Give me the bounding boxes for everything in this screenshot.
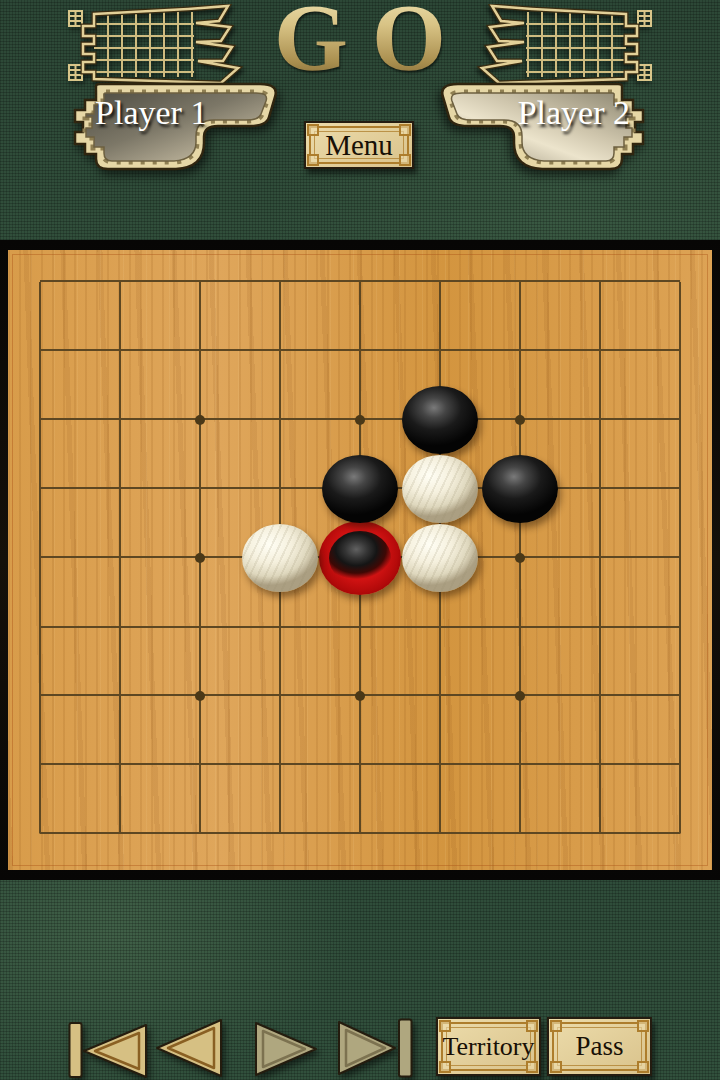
black-stone [402, 386, 478, 454]
board-point[interactable] [240, 247, 320, 316]
board-point[interactable] [80, 247, 160, 316]
board-point[interactable] [0, 454, 80, 523]
board-point[interactable] [400, 799, 480, 868]
territory-button-label: Territory [438, 1019, 539, 1074]
board-point[interactable] [0, 799, 80, 868]
board-point[interactable] [640, 592, 720, 661]
white-stone [402, 455, 478, 523]
board-point[interactable] [640, 247, 720, 316]
board-point[interactable] [160, 661, 240, 730]
board-point[interactable] [320, 799, 400, 868]
board-point[interactable] [160, 523, 240, 592]
board-point[interactable] [240, 592, 320, 661]
board-point[interactable] [240, 523, 320, 592]
board-point[interactable] [560, 661, 640, 730]
board-point[interactable] [240, 385, 320, 454]
jump-to-end-button[interactable] [337, 1018, 413, 1078]
board-point[interactable] [480, 799, 560, 868]
white-stone [242, 524, 318, 592]
board-point[interactable] [80, 799, 160, 868]
left-banner-flag-icon [66, 4, 268, 88]
board-point[interactable] [240, 661, 320, 730]
board-point[interactable] [0, 247, 80, 316]
board-point[interactable] [640, 799, 720, 868]
board-point[interactable] [240, 454, 320, 523]
board-point[interactable] [560, 316, 640, 385]
board-point[interactable] [160, 592, 240, 661]
pass-button-label: Pass [549, 1019, 650, 1074]
board-point[interactable] [640, 661, 720, 730]
black-stone [482, 455, 558, 523]
board-point[interactable] [560, 247, 640, 316]
board-point[interactable] [320, 247, 400, 316]
board-point[interactable] [400, 385, 480, 454]
board-point[interactable] [560, 592, 640, 661]
board-point[interactable] [80, 730, 160, 799]
board-point[interactable] [640, 385, 720, 454]
board-point[interactable] [400, 523, 480, 592]
board-point[interactable] [160, 454, 240, 523]
menu-button[interactable]: Menu [304, 121, 414, 169]
board-point[interactable] [400, 592, 480, 661]
board-point[interactable] [480, 247, 560, 316]
white-stone [402, 524, 478, 592]
board-point[interactable] [480, 385, 560, 454]
skip-to-start-icon [68, 1020, 148, 1080]
board-point[interactable] [400, 316, 480, 385]
board-point[interactable] [0, 730, 80, 799]
board-point[interactable] [320, 454, 400, 523]
board-point[interactable] [400, 454, 480, 523]
board-point[interactable] [80, 592, 160, 661]
board-point[interactable] [560, 385, 640, 454]
board-point[interactable] [640, 454, 720, 523]
jump-to-start-button[interactable] [68, 1020, 148, 1080]
step-back-button[interactable] [155, 1017, 223, 1079]
right-banner-flag-icon [452, 4, 654, 88]
player1-name: Player 1 [78, 94, 225, 132]
step-forward-button[interactable] [254, 1019, 318, 1079]
board-point[interactable] [400, 661, 480, 730]
board-point[interactable] [400, 730, 480, 799]
board-point[interactable] [160, 730, 240, 799]
territory-button[interactable]: Territory [436, 1017, 541, 1076]
board-point[interactable] [0, 661, 80, 730]
goban-grid [0, 247, 720, 868]
forward-arrow-icon [254, 1019, 318, 1079]
menu-button-label: Menu [306, 123, 412, 167]
board-point[interactable] [480, 730, 560, 799]
board-point[interactable] [0, 523, 80, 592]
player1-name-plate: Player 1 [62, 81, 284, 172]
pass-button[interactable]: Pass [547, 1017, 652, 1076]
board-point[interactable] [240, 316, 320, 385]
board-point[interactable] [480, 316, 560, 385]
player2-name-plate: Player 2 [434, 81, 656, 172]
board-point[interactable] [400, 247, 480, 316]
board-point[interactable] [560, 730, 640, 799]
board-point[interactable] [640, 316, 720, 385]
go-app-screen: { "app": { "title": "GO" }, "header": { … [0, 0, 720, 1080]
board-point[interactable] [240, 730, 320, 799]
board-point[interactable] [640, 730, 720, 799]
board-point[interactable] [480, 661, 560, 730]
board-point[interactable] [160, 316, 240, 385]
black-stone [329, 531, 391, 585]
board-point[interactable] [560, 523, 640, 592]
board-point[interactable] [320, 592, 400, 661]
board-point[interactable] [320, 316, 400, 385]
board-point[interactable] [480, 523, 560, 592]
board-point[interactable] [560, 454, 640, 523]
back-arrow-icon [155, 1017, 223, 1079]
board-point[interactable] [320, 730, 400, 799]
board-point[interactable] [560, 799, 640, 868]
board-point[interactable] [320, 523, 400, 592]
board-point[interactable] [160, 247, 240, 316]
board-point[interactable] [480, 454, 560, 523]
board-point[interactable] [240, 799, 320, 868]
board-point[interactable] [160, 799, 240, 868]
board-point[interactable] [80, 316, 160, 385]
board-point[interactable] [0, 385, 80, 454]
board-point[interactable] [480, 592, 560, 661]
skip-to-end-icon [337, 1018, 413, 1078]
player2-name: Player 2 [501, 94, 648, 132]
board-point[interactable] [320, 661, 400, 730]
board-point[interactable] [160, 385, 240, 454]
board-point[interactable] [80, 385, 160, 454]
board-point[interactable] [80, 454, 160, 523]
board-point[interactable] [320, 385, 400, 454]
board-point[interactable] [640, 523, 720, 592]
black-stone [322, 455, 398, 523]
board-point[interactable] [0, 316, 80, 385]
board-point[interactable] [80, 523, 160, 592]
board-point[interactable] [80, 661, 160, 730]
board-point[interactable] [0, 592, 80, 661]
